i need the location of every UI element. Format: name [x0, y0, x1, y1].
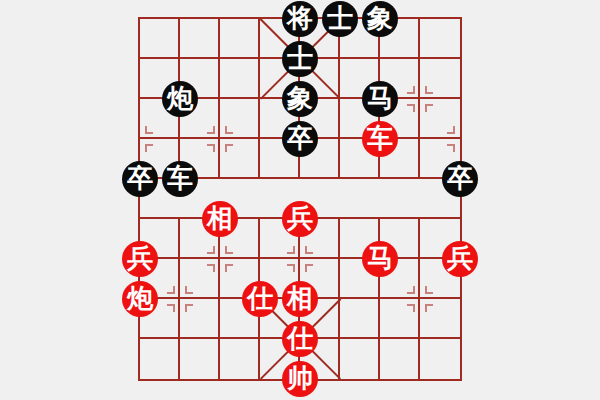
piece-red-soldier[interactable]: 兵 [282, 201, 318, 237]
board-cell [420, 19, 460, 59]
board-cell [340, 299, 380, 339]
piece-black-elephant[interactable]: 象 [282, 81, 318, 117]
board-cell [340, 339, 380, 379]
board-cell [220, 19, 260, 59]
piece-black-horse[interactable]: 马 [362, 81, 398, 117]
piece-red-chariot[interactable]: 车 [362, 121, 398, 157]
point-marker [167, 286, 193, 312]
board-cell [140, 339, 180, 379]
point-marker [207, 246, 233, 272]
piece-red-general[interactable]: 帅 [282, 361, 318, 397]
board-cell [180, 19, 220, 59]
piece-black-general[interactable]: 将 [282, 1, 318, 37]
piece-black-advisor[interactable]: 士 [322, 1, 358, 37]
board-cell [420, 339, 460, 379]
piece-black-soldier[interactable]: 卒 [442, 161, 478, 197]
piece-red-elephant[interactable]: 相 [282, 281, 318, 317]
piece-black-advisor[interactable]: 士 [282, 41, 318, 77]
piece-black-cannon[interactable]: 炮 [162, 81, 198, 117]
point-marker [407, 86, 433, 112]
piece-red-advisor[interactable]: 仕 [282, 321, 318, 357]
piece-red-elephant[interactable]: 相 [202, 201, 238, 237]
board-cell [340, 179, 380, 219]
point-marker [207, 126, 233, 152]
board-cell [380, 179, 420, 219]
piece-red-soldier[interactable]: 兵 [442, 241, 478, 277]
piece-red-soldier[interactable]: 兵 [122, 241, 158, 277]
piece-black-soldier[interactable]: 卒 [122, 161, 158, 197]
point-marker [287, 246, 313, 272]
piece-red-advisor[interactable]: 仕 [242, 281, 278, 317]
piece-black-elephant[interactable]: 象 [362, 1, 398, 37]
point-marker [127, 126, 153, 152]
board-cell [220, 59, 260, 99]
piece-black-soldier[interactable]: 卒 [282, 121, 318, 157]
board-background: 将士象士炮象马卒车卒车卒相兵兵马兵炮仕相仕帅 [0, 0, 600, 400]
piece-red-cannon[interactable]: 炮 [122, 281, 158, 317]
point-marker [407, 286, 433, 312]
point-marker [447, 126, 473, 152]
board-cell [220, 339, 260, 379]
board-cell [180, 339, 220, 379]
board-cell [140, 19, 180, 59]
piece-red-horse[interactable]: 马 [362, 241, 398, 277]
piece-black-chariot[interactable]: 车 [162, 161, 198, 197]
board-cell [380, 339, 420, 379]
